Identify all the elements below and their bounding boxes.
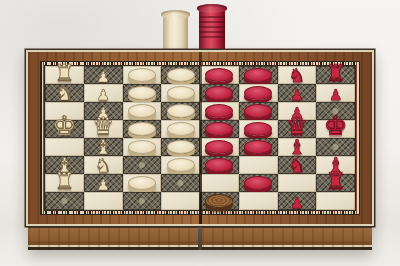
red-rook[interactable]: ♜ [325, 171, 346, 192]
white-draughtsman[interactable] [167, 158, 195, 172]
red-knight[interactable]: ♞ [288, 67, 305, 84]
square-e5[interactable] [200, 120, 239, 138]
red-draughtsman[interactable] [244, 86, 272, 100]
board-frame: ♜♟♞♜♞♟♟♟♟♟♚♛♛♚♝♝♝♞♞♝♜♟♜♟ [28, 52, 372, 224]
red-draughtsman[interactable] [244, 104, 272, 118]
square-h2[interactable]: ♜ [316, 174, 355, 192]
red-pawn[interactable]: ♟ [290, 89, 303, 103]
white-draughtsman[interactable] [128, 86, 156, 100]
right-box-front-panel [202, 224, 372, 250]
square-f3[interactable] [239, 156, 278, 174]
square-c6[interactable] [123, 102, 162, 120]
white-draughtsman[interactable] [167, 122, 195, 136]
square-e2[interactable] [200, 174, 239, 192]
red-draughtsman[interactable] [244, 176, 272, 190]
white-draughtsman[interactable] [167, 86, 195, 100]
red-draughtsman[interactable] [244, 68, 272, 82]
white-draughtsman[interactable] [128, 68, 156, 82]
red-draughtsman[interactable] [205, 86, 233, 100]
square-h5[interactable]: ♚ [316, 120, 355, 138]
square-h1[interactable] [316, 192, 355, 210]
red-rook[interactable]: ♜ [325, 63, 346, 84]
square-g3[interactable]: ♞ [278, 156, 317, 174]
square-g7[interactable]: ♟ [278, 84, 317, 102]
white-draughtsman[interactable] [167, 140, 195, 154]
square-c5[interactable] [123, 120, 162, 138]
square-e1[interactable] [200, 192, 239, 210]
white-draughtsman[interactable] [167, 104, 195, 118]
square-d5[interactable] [161, 120, 200, 138]
square-d3[interactable] [161, 156, 200, 174]
square-c2[interactable] [123, 174, 162, 192]
square-a1[interactable] [45, 192, 84, 210]
square-f4[interactable] [239, 138, 278, 156]
red-draughtsman[interactable] [244, 122, 272, 136]
square-f7[interactable] [239, 84, 278, 102]
square-f1[interactable] [239, 192, 278, 210]
box-front [28, 224, 372, 250]
red-pawn[interactable]: ♟ [329, 89, 342, 103]
red-pawn[interactable]: ♟ [290, 197, 303, 211]
square-d2[interactable] [161, 174, 200, 192]
square-a5[interactable]: ♚ [45, 120, 84, 138]
square-g1[interactable]: ♟ [278, 192, 317, 210]
square-a7[interactable]: ♞ [45, 84, 84, 102]
white-draughtsman[interactable] [167, 68, 195, 82]
square-c4[interactable] [123, 138, 162, 156]
red-knight[interactable]: ♞ [288, 157, 305, 174]
square-d4[interactable] [161, 138, 200, 156]
white-draughtsman[interactable] [128, 122, 156, 136]
square-c7[interactable] [123, 84, 162, 102]
white-draughtsman[interactable] [128, 140, 156, 154]
square-e7[interactable] [200, 84, 239, 102]
white-pawn[interactable]: ♟ [96, 71, 109, 85]
square-f8[interactable] [239, 66, 278, 84]
square-d6[interactable] [161, 102, 200, 120]
white-pawn[interactable]: ♟ [96, 89, 109, 103]
square-d1[interactable] [161, 192, 200, 210]
white-knight[interactable]: ♞ [56, 85, 73, 102]
square-g2[interactable] [278, 174, 317, 192]
square-b1[interactable] [84, 192, 123, 210]
square-e4[interactable] [200, 138, 239, 156]
square-a2[interactable]: ♜ [45, 174, 84, 192]
red-draughtsman[interactable] [205, 104, 233, 118]
square-b2[interactable]: ♟ [84, 174, 123, 192]
red-draughtsman[interactable] [205, 140, 233, 154]
square-c8[interactable] [123, 66, 162, 84]
square-d8[interactable] [161, 66, 200, 84]
square-f5[interactable] [239, 120, 278, 138]
square-e3[interactable] [200, 156, 239, 174]
red-draughtsman[interactable] [205, 122, 233, 136]
photo-backdrop: ♜♟♞♜♞♟♟♟♟♟♚♛♛♚♝♝♝♞♞♝♜♟♜♟ [0, 0, 400, 266]
square-c1[interactable] [123, 192, 162, 210]
games-board: ♜♟♞♜♞♟♟♟♟♟♚♛♛♚♝♝♝♞♞♝♜♟♜♟ [28, 52, 372, 250]
square-b8[interactable]: ♟ [84, 66, 123, 84]
square-d7[interactable] [161, 84, 200, 102]
white-rook[interactable]: ♜ [54, 171, 75, 192]
white-draughtsman[interactable] [128, 176, 156, 190]
red-king[interactable]: ♚ [324, 114, 348, 138]
square-e8[interactable] [200, 66, 239, 84]
square-f2[interactable] [239, 174, 278, 192]
hinge-seam [199, 52, 202, 224]
white-knight[interactable]: ♞ [95, 157, 112, 174]
wooden-draughtsman[interactable] [205, 194, 233, 208]
square-b3[interactable]: ♞ [84, 156, 123, 174]
square-b7[interactable]: ♟ [84, 84, 123, 102]
square-f6[interactable] [239, 102, 278, 120]
square-c3[interactable] [123, 156, 162, 174]
white-draughtsman[interactable] [128, 104, 156, 118]
red-draughtsman[interactable] [205, 68, 233, 82]
square-e6[interactable] [200, 102, 239, 120]
left-box-front-panel [28, 224, 198, 250]
white-pawn[interactable]: ♟ [96, 179, 109, 193]
square-g8[interactable]: ♞ [278, 66, 317, 84]
red-draughtsman[interactable] [205, 158, 233, 172]
red-draughtsman[interactable] [244, 140, 272, 154]
white-rook[interactable]: ♜ [54, 63, 75, 84]
square-h7[interactable]: ♟ [316, 84, 355, 102]
white-king[interactable]: ♚ [52, 114, 76, 138]
square-h8[interactable]: ♜ [316, 66, 355, 84]
